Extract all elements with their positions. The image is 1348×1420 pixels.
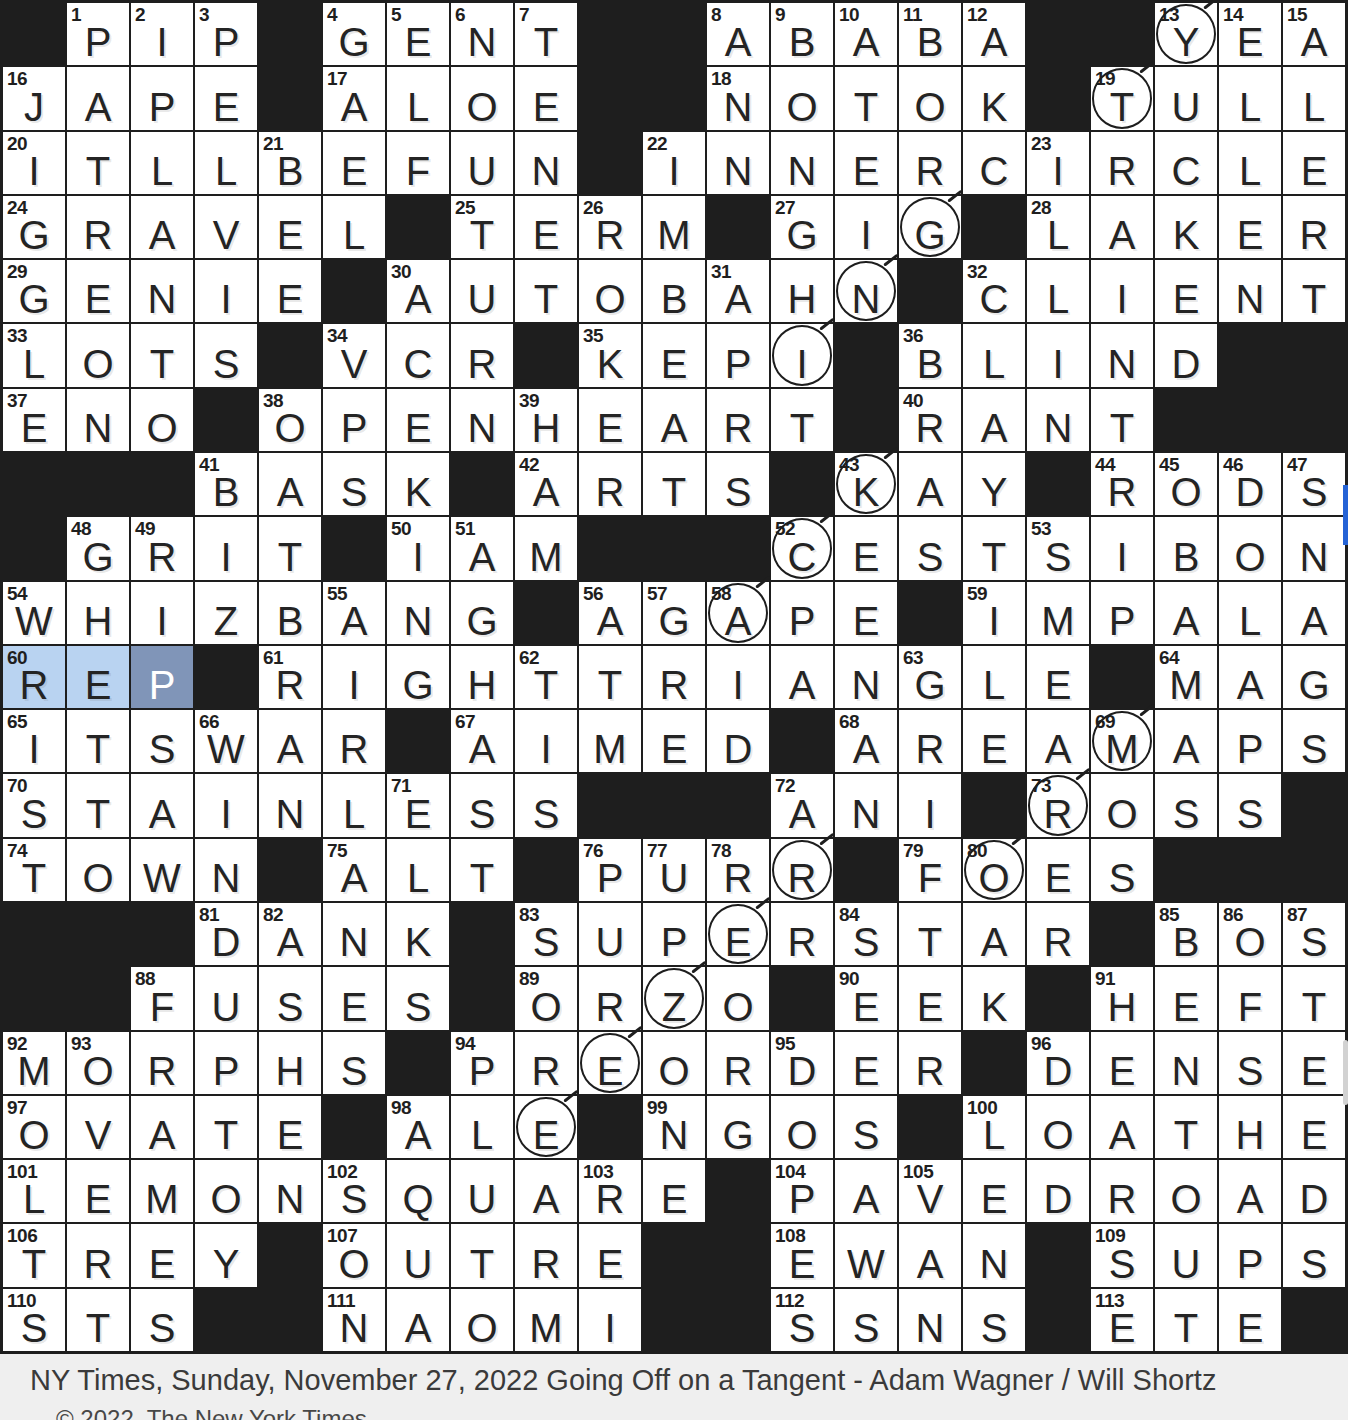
grid-cell[interactable]: N [451,389,513,451]
grid-cell[interactable]: 1P [67,3,129,65]
grid-cell[interactable]: 85B [1155,903,1217,965]
grid-cell[interactable]: 92M [3,1032,65,1094]
grid-cell[interactable]: N [323,903,385,965]
grid-cell[interactable]: E [835,1032,897,1094]
grid-cell[interactable]: L [323,774,385,836]
grid-cell[interactable]: 12A [963,3,1025,65]
grid-cell[interactable]: N [963,1224,1025,1286]
grid-cell[interactable]: 50I [387,517,449,579]
grid-cell[interactable]: T [899,903,961,965]
grid-cell[interactable]: 112S [771,1289,833,1351]
grid-cell[interactable]: R [131,1032,193,1094]
grid-cell[interactable]: 107O [323,1224,385,1286]
grid-cell[interactable]: I [1027,324,1089,386]
grid-cell[interactable]: H [1219,1096,1281,1158]
grid-cell[interactable]: T [1283,260,1345,322]
grid-cell[interactable]: A [259,453,321,515]
grid-cell[interactable]: E [515,1096,577,1158]
grid-cell[interactable]: 26R [579,196,641,258]
grid-cell[interactable]: 99N [643,1096,705,1158]
grid-cell[interactable]: L [1219,67,1281,129]
grid-cell[interactable]: P [195,1032,257,1094]
grid-cell[interactable]: T [67,132,129,194]
grid-cell[interactable]: N [515,132,577,194]
grid-cell[interactable]: H [451,646,513,708]
grid-cell[interactable]: D [707,710,769,772]
grid-cell[interactable]: N [835,260,897,322]
grid-cell[interactable]: E [1155,967,1217,1029]
grid-cell[interactable]: I [195,260,257,322]
grid-cell[interactable]: C [387,324,449,386]
grid-cell[interactable]: P [1219,1224,1281,1286]
grid-cell[interactable]: R [515,1224,577,1286]
grid-cell[interactable]: E [67,646,129,708]
grid-cell[interactable]: M [579,710,641,772]
grid-cell[interactable]: M [515,1289,577,1351]
grid-cell[interactable]: K [963,67,1025,129]
grid-cell[interactable]: E [579,1032,641,1094]
grid-cell[interactable]: I [707,646,769,708]
grid-cell[interactable]: 67A [451,710,513,772]
grid-cell[interactable]: Q [387,1160,449,1222]
grid-cell[interactable]: U [451,132,513,194]
grid-cell[interactable]: L [1219,582,1281,644]
grid-cell[interactable]: N [771,132,833,194]
grid-cell[interactable]: R [707,1032,769,1094]
grid-cell[interactable]: O [67,839,129,901]
grid-cell[interactable]: E [1027,839,1089,901]
grid-cell[interactable]: D [1155,324,1217,386]
grid-cell[interactable]: 105V [899,1160,961,1222]
grid-cell[interactable]: P [1219,710,1281,772]
grid-cell[interactable]: V [195,196,257,258]
grid-cell[interactable]: 57G [643,582,705,644]
grid-cell[interactable]: K [387,453,449,515]
grid-cell[interactable]: 29G [3,260,65,322]
grid-cell[interactable]: 47S [1283,453,1345,515]
grid-cell[interactable]: S [1155,774,1217,836]
grid-cell[interactable]: 46D [1219,453,1281,515]
grid-cell[interactable]: R [1091,1160,1153,1222]
grid-cell[interactable]: 62T [515,646,577,708]
grid-cell[interactable]: O [451,67,513,129]
grid-cell[interactable]: E [643,324,705,386]
grid-cell[interactable]: 91H [1091,967,1153,1029]
grid-cell[interactable]: 100L [963,1096,1025,1158]
grid-cell[interactable]: E [67,1160,129,1222]
grid-cell[interactable]: 88F [131,967,193,1029]
grid-cell[interactable]: K [963,967,1025,1029]
grid-cell[interactable]: D [1283,1160,1345,1222]
grid-cell[interactable]: A [1155,582,1217,644]
grid-cell[interactable]: E [579,389,641,451]
grid-cell[interactable]: L [323,196,385,258]
grid-cell[interactable]: S [1283,710,1345,772]
grid-cell[interactable]: O [1091,774,1153,836]
grid-cell[interactable]: H [771,260,833,322]
grid-cell[interactable]: U [387,1224,449,1286]
grid-cell[interactable]: 81D [195,903,257,965]
crossword-grid[interactable]: 1P2I3P4G5E6N7T8A9B10A11B12A13Y14E15A16JA… [0,0,1348,1354]
grid-cell[interactable]: A [1091,1096,1153,1158]
grid-cell[interactable]: G [707,1096,769,1158]
grid-cell[interactable]: N [835,646,897,708]
grid-cell[interactable]: N [387,582,449,644]
grid-cell[interactable]: I [195,774,257,836]
grid-cell[interactable]: E [323,967,385,1029]
grid-cell[interactable]: M [643,196,705,258]
grid-cell[interactable]: R [771,839,833,901]
grid-cell[interactable]: 35K [579,324,641,386]
grid-cell[interactable]: 97O [3,1096,65,1158]
grid-cell[interactable]: L [1219,132,1281,194]
grid-cell[interactable]: R [67,1224,129,1286]
grid-cell[interactable]: U [579,903,641,965]
grid-cell[interactable]: 53S [1027,517,1089,579]
grid-cell[interactable]: I [131,582,193,644]
grid-cell[interactable]: O [707,967,769,1029]
grid-cell[interactable]: O [771,67,833,129]
grid-cell[interactable]: 61R [259,646,321,708]
grid-cell[interactable]: 74T [3,839,65,901]
grid-cell[interactable]: E [323,132,385,194]
grid-cell[interactable]: O [195,1160,257,1222]
grid-cell[interactable]: T [195,1096,257,1158]
grid-cell[interactable]: A [1219,646,1281,708]
grid-cell[interactable]: E [259,1096,321,1158]
grid-cell[interactable]: 16J [3,67,65,129]
grid-cell[interactable]: O [67,324,129,386]
grid-cell[interactable]: R [1091,132,1153,194]
grid-cell[interactable]: 111N [323,1289,385,1351]
grid-cell[interactable]: A [899,453,961,515]
grid-cell[interactable]: E [259,196,321,258]
grid-cell[interactable]: A [899,1224,961,1286]
grid-cell[interactable]: 19T [1091,67,1153,129]
grid-cell[interactable]: 80O [963,839,1025,901]
grid-cell[interactable]: G [451,582,513,644]
grid-cell[interactable]: T [1283,967,1345,1029]
grid-cell[interactable]: 51A [451,517,513,579]
grid-cell[interactable]: 83S [515,903,577,965]
grid-cell[interactable]: E [259,260,321,322]
grid-cell[interactable]: F [1219,967,1281,1029]
grid-cell[interactable]: T [579,646,641,708]
grid-cell[interactable]: S [963,1289,1025,1351]
grid-cell[interactable]: S [451,774,513,836]
grid-cell[interactable]: R [643,646,705,708]
grid-cell[interactable]: E [1283,132,1345,194]
grid-cell[interactable]: E [963,710,1025,772]
grid-cell[interactable]: I [579,1289,641,1351]
grid-cell[interactable]: 95D [771,1032,833,1094]
grid-cell[interactable]: 48G [67,517,129,579]
grid-cell[interactable]: 75A [323,839,385,901]
grid-cell[interactable]: E [707,903,769,965]
grid-cell[interactable]: 39H [515,389,577,451]
grid-cell[interactable]: 40R [899,389,961,451]
grid-cell[interactable]: S [835,1289,897,1351]
grid-cell[interactable]: E [387,389,449,451]
grid-cell[interactable]: Z [643,967,705,1029]
grid-cell[interactable]: T [1155,1289,1217,1351]
grid-cell[interactable]: P [707,324,769,386]
grid-cell[interactable]: O [771,1096,833,1158]
grid-cell[interactable]: Z [195,582,257,644]
grid-cell[interactable]: S [1283,1224,1345,1286]
grid-cell[interactable]: N [707,132,769,194]
grid-cell[interactable]: I [515,710,577,772]
grid-cell[interactable]: 25T [451,196,513,258]
grid-cell[interactable]: 27G [771,196,833,258]
grid-cell[interactable]: N [1091,324,1153,386]
grid-cell[interactable]: E [835,517,897,579]
grid-cell[interactable]: P [643,903,705,965]
grid-cell[interactable]: T [515,260,577,322]
grid-cell[interactable]: P [323,389,385,451]
grid-cell[interactable]: N [1219,260,1281,322]
grid-cell[interactable]: M [1027,582,1089,644]
grid-cell[interactable]: S [131,1289,193,1351]
grid-cell[interactable]: 93O [67,1032,129,1094]
grid-cell[interactable]: 84S [835,903,897,965]
grid-cell[interactable]: R [323,710,385,772]
grid-cell[interactable]: 7T [515,3,577,65]
grid-cell[interactable]: 8A [707,3,769,65]
grid-cell[interactable]: R [899,1032,961,1094]
grid-cell[interactable]: 36B [899,324,961,386]
grid-cell[interactable]: R [707,389,769,451]
grid-cell[interactable]: 64M [1155,646,1217,708]
grid-cell[interactable]: E [1283,1032,1345,1094]
grid-cell[interactable]: R [1283,196,1345,258]
grid-cell[interactable]: 54W [3,582,65,644]
grid-cell[interactable]: 31A [707,260,769,322]
grid-cell[interactable]: R [451,324,513,386]
grid-cell[interactable]: S [707,453,769,515]
grid-cell[interactable]: E [643,1160,705,1222]
grid-cell[interactable]: N [131,260,193,322]
grid-cell[interactable]: A [643,389,705,451]
grid-cell[interactable]: A [1219,1160,1281,1222]
grid-cell[interactable]: T [451,839,513,901]
grid-cell[interactable]: S [131,710,193,772]
grid-cell[interactable]: K [387,903,449,965]
grid-cell[interactable]: A [515,1160,577,1222]
grid-cell[interactable]: 3P [195,3,257,65]
grid-cell[interactable]: Y [195,1224,257,1286]
grid-cell[interactable]: 58A [707,582,769,644]
grid-cell[interactable]: N [259,774,321,836]
grid-cell[interactable]: 90E [835,967,897,1029]
grid-cell[interactable]: E [1027,646,1089,708]
grid-cell[interactable]: A [131,1096,193,1158]
grid-cell[interactable]: 45O [1155,453,1217,515]
grid-cell[interactable]: C [1155,132,1217,194]
grid-cell[interactable]: E [515,67,577,129]
grid-cell[interactable]: 110S [3,1289,65,1351]
grid-cell[interactable]: 20I [3,132,65,194]
grid-cell[interactable]: 10A [835,3,897,65]
grid-cell[interactable]: I [771,324,833,386]
grid-cell[interactable]: U [1155,1224,1217,1286]
grid-cell[interactable]: S [835,1096,897,1158]
grid-cell[interactable]: N [835,774,897,836]
grid-cell[interactable]: U [1155,67,1217,129]
grid-cell[interactable]: N [67,389,129,451]
grid-cell[interactable]: S [195,324,257,386]
grid-cell[interactable]: N [259,1160,321,1222]
grid-cell[interactable]: A [131,774,193,836]
grid-cell[interactable]: P [131,67,193,129]
grid-cell[interactable]: O [1219,517,1281,579]
grid-cell[interactable]: 33L [3,324,65,386]
grid-cell[interactable]: R [579,453,641,515]
grid-cell[interactable]: A [1155,710,1217,772]
grid-cell[interactable]: 21B [259,132,321,194]
grid-cell[interactable]: W [835,1224,897,1286]
grid-cell[interactable]: R [899,710,961,772]
grid-cell[interactable]: E [131,1224,193,1286]
grid-cell[interactable]: L [963,324,1025,386]
grid-cell[interactable]: E [579,1224,641,1286]
grid-cell[interactable]: 65I [3,710,65,772]
grid-cell[interactable]: T [259,517,321,579]
grid-cell[interactable]: R [1027,903,1089,965]
grid-cell[interactable]: 23I [1027,132,1089,194]
grid-cell[interactable]: E [899,967,961,1029]
grid-cell[interactable]: T [1155,1096,1217,1158]
grid-cell[interactable]: N [899,1289,961,1351]
grid-cell[interactable]: O [579,260,641,322]
grid-cell[interactable]: 104P [771,1160,833,1222]
grid-cell[interactable]: E [195,67,257,129]
grid-cell[interactable]: C [963,132,1025,194]
grid-cell[interactable]: 6N [451,3,513,65]
grid-cell[interactable]: 28L [1027,196,1089,258]
grid-cell[interactable]: O [131,389,193,451]
grid-cell[interactable]: M [515,517,577,579]
grid-cell[interactable]: 79F [899,839,961,901]
grid-cell[interactable]: 109S [1091,1224,1153,1286]
grid-cell[interactable]: B [259,582,321,644]
grid-cell[interactable]: G [1283,646,1345,708]
grid-cell[interactable]: T [1091,389,1153,451]
grid-cell[interactable]: I [323,646,385,708]
grid-cell[interactable]: U [451,260,513,322]
grid-cell[interactable]: E [835,132,897,194]
grid-cell[interactable]: A [259,710,321,772]
grid-cell[interactable]: 59I [963,582,1025,644]
grid-cell[interactable]: 96D [1027,1032,1089,1094]
grid-cell[interactable]: L [963,646,1025,708]
grid-cell[interactable]: U [451,1160,513,1222]
grid-cell[interactable]: G [899,196,961,258]
grid-cell[interactable]: R [67,196,129,258]
grid-cell[interactable]: E [1219,196,1281,258]
grid-cell[interactable]: U [195,967,257,1029]
grid-cell[interactable]: S [323,453,385,515]
grid-cell[interactable]: E [1091,1032,1153,1094]
grid-cell[interactable]: R [899,132,961,194]
grid-cell[interactable]: 72A [771,774,833,836]
grid-cell[interactable]: O [899,67,961,129]
grid-cell[interactable]: 11B [899,3,961,65]
grid-cell[interactable]: T [643,453,705,515]
grid-cell[interactable]: L [451,1096,513,1158]
grid-cell[interactable]: T [67,1289,129,1351]
grid-cell[interactable]: L [387,839,449,901]
grid-cell[interactable]: L [1027,260,1089,322]
grid-cell[interactable]: A [1027,710,1089,772]
grid-cell[interactable]: 89O [515,967,577,1029]
grid-cell[interactable]: L [1283,67,1345,129]
grid-cell[interactable]: S [323,1032,385,1094]
grid-cell[interactable]: H [259,1032,321,1094]
grid-cell[interactable]: A [835,1160,897,1222]
grid-cell[interactable]: 94P [451,1032,513,1094]
grid-cell[interactable]: T [67,774,129,836]
grid-cell[interactable]: I [1091,260,1153,322]
grid-cell[interactable]: 60R [3,646,65,708]
grid-cell[interactable]: 98A [387,1096,449,1158]
grid-cell[interactable]: S [1219,774,1281,836]
grid-cell[interactable]: 34V [323,324,385,386]
grid-cell[interactable]: P [131,646,193,708]
grid-cell[interactable]: R [771,903,833,965]
grid-cell[interactable]: S [259,967,321,1029]
grid-cell[interactable]: H [67,582,129,644]
grid-cell[interactable]: 2I [131,3,193,65]
grid-cell[interactable]: 22I [643,132,705,194]
grid-cell[interactable]: L [131,132,193,194]
grid-cell[interactable]: 43K [835,453,897,515]
grid-cell[interactable]: 68A [835,710,897,772]
grid-cell[interactable]: A [771,646,833,708]
grid-cell[interactable]: T [963,517,1025,579]
grid-cell[interactable]: B [1155,517,1217,579]
grid-cell[interactable]: O [1027,1096,1089,1158]
grid-cell[interactable]: T [451,1224,513,1286]
grid-cell[interactable]: 102S [323,1160,385,1222]
grid-cell[interactable]: P [1091,582,1153,644]
grid-cell[interactable]: 56A [579,582,641,644]
grid-cell[interactable]: E [1283,1096,1345,1158]
grid-cell[interactable]: E [1155,260,1217,322]
grid-cell[interactable]: G [387,646,449,708]
grid-cell[interactable]: 13Y [1155,3,1217,65]
grid-cell[interactable]: N [195,839,257,901]
grid-cell[interactable]: 37E [3,389,65,451]
grid-cell[interactable]: O [451,1289,513,1351]
grid-cell[interactable]: S [1219,1032,1281,1094]
grid-cell[interactable]: 41B [195,453,257,515]
grid-cell[interactable]: T [131,324,193,386]
grid-cell[interactable]: N [1155,1032,1217,1094]
grid-cell[interactable]: I [1091,517,1153,579]
grid-cell[interactable]: 106T [3,1224,65,1286]
grid-cell[interactable]: L [195,132,257,194]
grid-cell[interactable]: L [387,67,449,129]
grid-cell[interactable]: Y [963,453,1025,515]
grid-cell[interactable]: 14E [1219,3,1281,65]
grid-cell[interactable]: 17A [323,67,385,129]
grid-cell[interactable]: T [771,389,833,451]
grid-cell[interactable]: A [963,389,1025,451]
grid-cell[interactable]: 108E [771,1224,833,1286]
grid-cell[interactable]: 103R [579,1160,641,1222]
grid-cell[interactable]: E [515,196,577,258]
